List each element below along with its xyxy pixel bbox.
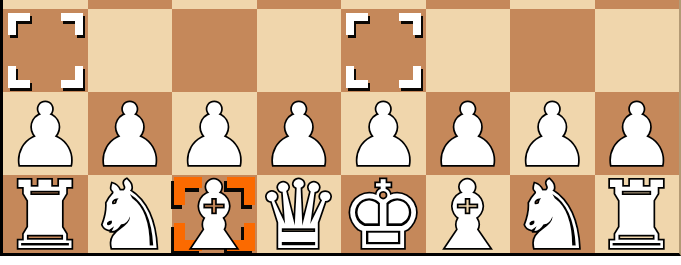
square-c3[interactable] [172,9,257,92]
square-h4[interactable] [595,0,680,9]
square-f4[interactable] [426,0,511,9]
square-a1[interactable]: ♜ [3,175,88,253]
white-bishop-piece[interactable]: ♝ [172,169,256,263]
square-f3[interactable] [426,9,511,92]
square-g4[interactable] [510,0,595,9]
square-a3[interactable] [3,9,88,92]
chess-board: ♟♟♟♟♟♟♟♟♜♞♝♛♚♝♞♜ [0,0,681,256]
square-e1[interactable]: ♚ [341,175,426,253]
square-d1[interactable]: ♛ [257,175,342,253]
square-c4[interactable] [172,0,257,9]
move-hint-corner-marker [61,13,83,35]
white-queen-piece[interactable]: ♛ [257,169,341,263]
move-hint-corner-marker [399,13,421,35]
white-rook-piece[interactable]: ♜ [595,169,679,263]
page: ♟♟♟♟♟♟♟♟♜♞♝♛♚♝♞♜ [0,0,681,265]
square-g3[interactable] [510,9,595,92]
square-g1[interactable]: ♞ [510,175,595,253]
square-h1[interactable]: ♜ [595,175,680,253]
white-knight-piece[interactable]: ♞ [510,169,594,263]
white-knight-piece[interactable]: ♞ [88,169,172,263]
square-b4[interactable] [88,0,173,9]
square-c1[interactable]: ♝ [172,175,257,253]
move-hint-corner-marker [346,13,368,35]
square-h3[interactable] [595,9,680,92]
square-d4[interactable] [257,0,342,9]
square-d3[interactable] [257,9,342,92]
white-king-piece[interactable]: ♚ [341,169,425,263]
square-f1[interactable]: ♝ [426,175,511,253]
square-b3[interactable] [88,9,173,92]
square-b1[interactable]: ♞ [88,175,173,253]
white-bishop-piece[interactable]: ♝ [426,169,510,263]
square-a4[interactable] [3,0,88,9]
square-e3[interactable] [341,9,426,92]
square-e4[interactable] [341,0,426,9]
move-hint-corner-marker [8,13,30,35]
white-rook-piece[interactable]: ♜ [3,169,87,263]
